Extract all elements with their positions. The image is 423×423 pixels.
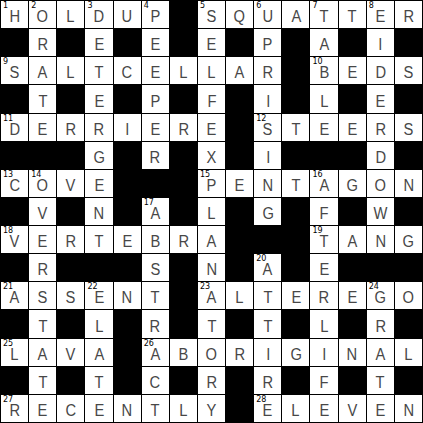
cell-r8c14[interactable]: G: [395, 226, 422, 253]
cell-letter: R: [37, 262, 48, 281]
cell-r12c0[interactable]: 25L: [1, 339, 28, 366]
cell-r4c3[interactable]: R: [85, 114, 112, 141]
cell-r5c3[interactable]: G: [85, 142, 112, 169]
cell-letter: S: [404, 122, 414, 141]
cell-r6c0[interactable]: 13C: [1, 170, 28, 197]
clue-number: 6: [256, 1, 261, 10]
block-cell-r5c1: [29, 142, 56, 169]
cell-letter: P: [263, 37, 273, 56]
cell-r2c13[interactable]: D: [367, 57, 394, 84]
block-cell-r1c6: [170, 29, 197, 56]
block-cell-r11c2: [57, 310, 84, 337]
cell-r4c9[interactable]: 12S: [254, 114, 281, 141]
cell-r2c5[interactable]: E: [142, 57, 169, 84]
cell-r0c1[interactable]: 2O: [29, 1, 56, 28]
cell-letter: S: [207, 9, 217, 28]
cell-r1c1[interactable]: R: [29, 29, 56, 56]
block-cell-r6c5: [142, 170, 169, 197]
cell-r1c13[interactable]: I: [367, 29, 394, 56]
cell-letter: A: [150, 347, 160, 366]
cell-r14c1[interactable]: E: [29, 395, 56, 422]
cell-r0c11[interactable]: 7T: [310, 1, 337, 28]
cell-r4c1[interactable]: E: [29, 114, 56, 141]
cell-letter: F: [320, 375, 329, 394]
cell-r13c13[interactable]: T: [367, 367, 394, 394]
cell-letter: B: [178, 347, 188, 366]
cell-r13c1[interactable]: T: [29, 367, 56, 394]
cell-letter: C: [9, 178, 20, 197]
cell-r12c12[interactable]: N: [339, 339, 366, 366]
cell-r10c3[interactable]: 22E: [85, 282, 112, 309]
cell-r2c7[interactable]: L: [198, 57, 225, 84]
cell-r3c9[interactable]: I: [254, 85, 281, 112]
cell-r14c0[interactable]: 27R: [1, 395, 28, 422]
cell-r4c5[interactable]: E: [142, 114, 169, 141]
cell-r0c2[interactable]: L: [57, 1, 84, 28]
crossword-board: 1H2OL3DU4P5SQ6UA7TT8ERREEEPAI9SALTCELLAR…: [0, 0, 423, 423]
cell-r3c3[interactable]: E: [85, 85, 112, 112]
cell-letter: L: [207, 65, 215, 84]
cell-letter: T: [94, 65, 103, 84]
cell-letter: T: [291, 178, 300, 197]
cell-r9c7[interactable]: N: [198, 254, 225, 281]
cell-r11c5[interactable]: R: [142, 310, 169, 337]
block-cell-r1c4: [114, 29, 141, 56]
cell-r8c11[interactable]: 19T: [310, 226, 337, 253]
cell-r14c9[interactable]: 28E: [254, 395, 281, 422]
cell-r12c10[interactable]: G: [282, 339, 309, 366]
block-cell-r13c4: [114, 367, 141, 394]
block-cell-r1c14: [395, 29, 422, 56]
block-cell-r7c0: [1, 198, 28, 225]
cell-r14c5[interactable]: T: [142, 395, 169, 422]
cell-r5c9[interactable]: I: [254, 142, 281, 169]
cell-r14c11[interactable]: E: [310, 395, 337, 422]
block-cell-r13c6: [170, 367, 197, 394]
cell-letter: N: [94, 206, 105, 225]
block-cell-r5c6: [170, 142, 197, 169]
cell-r12c14[interactable]: L: [395, 339, 422, 366]
cell-letter: E: [347, 122, 357, 141]
cell-r4c14[interactable]: S: [395, 114, 422, 141]
cell-r14c14[interactable]: N: [395, 395, 422, 422]
cell-r13c5[interactable]: C: [142, 367, 169, 394]
cell-r0c13[interactable]: 8E: [367, 1, 394, 28]
cell-r9c11[interactable]: E: [310, 254, 337, 281]
cell-r8c7[interactable]: A: [198, 226, 225, 253]
cell-r0c14[interactable]: R: [395, 1, 422, 28]
block-cell-r5c4: [114, 142, 141, 169]
cell-r13c9[interactable]: R: [254, 367, 281, 394]
cell-letter: A: [291, 9, 301, 28]
cell-r7c7[interactable]: L: [198, 198, 225, 225]
cell-r9c9[interactable]: 20A: [254, 254, 281, 281]
cell-r2c2[interactable]: L: [57, 57, 84, 84]
cell-letter: V: [38, 206, 48, 225]
cell-r7c11[interactable]: F: [310, 198, 337, 225]
cell-r6c8[interactable]: E: [226, 170, 253, 197]
cell-r3c1[interactable]: T: [29, 85, 56, 112]
cell-r8c2[interactable]: R: [57, 226, 84, 253]
cell-r8c5[interactable]: B: [142, 226, 169, 253]
cell-letter: G: [375, 290, 386, 309]
cell-r10c4[interactable]: N: [114, 282, 141, 309]
cell-letter: T: [376, 375, 385, 394]
cell-letter: A: [235, 65, 245, 84]
cell-r8c3[interactable]: T: [85, 226, 112, 253]
cell-letter: L: [10, 347, 18, 366]
cell-letter: T: [207, 319, 216, 338]
cell-letter: L: [236, 290, 244, 309]
block-cell-r3c14: [395, 85, 422, 112]
block-cell-r6c4: [114, 170, 141, 197]
cell-r12c5[interactable]: 26A: [142, 339, 169, 366]
cell-r10c14[interactable]: O: [395, 282, 422, 309]
cell-r10c13[interactable]: 24G: [367, 282, 394, 309]
cell-letter: R: [9, 403, 20, 422]
cell-letter: R: [234, 347, 245, 366]
cell-r6c10[interactable]: T: [282, 170, 309, 197]
block-cell-r12c4: [114, 339, 141, 366]
cell-r0c7[interactable]: 5S: [198, 1, 225, 28]
block-cell-r7c12: [339, 198, 366, 225]
block-cell-r3c4: [114, 85, 141, 112]
block-cell-r13c14: [395, 367, 422, 394]
cell-letter: A: [207, 290, 217, 309]
block-cell-r13c8: [226, 367, 253, 394]
cell-letter: Q: [234, 9, 245, 28]
cell-r12c7[interactable]: O: [198, 339, 225, 366]
clue-number: 3: [87, 1, 92, 10]
cell-r5c13[interactable]: D: [367, 142, 394, 169]
cell-letter: S: [404, 65, 414, 84]
cell-letter: C: [122, 65, 133, 84]
cell-r1c9[interactable]: P: [254, 29, 281, 56]
cell-letter: L: [320, 319, 328, 338]
cell-r2c8[interactable]: A: [226, 57, 253, 84]
block-cell-r0c6: [170, 1, 197, 28]
cell-letter: F: [320, 206, 329, 225]
cell-letter: S: [263, 122, 273, 141]
cell-r6c12[interactable]: G: [339, 170, 366, 197]
cell-r0c9[interactable]: 6U: [254, 1, 281, 28]
cell-r2c0[interactable]: 9S: [1, 57, 28, 84]
cell-r4c11[interactable]: E: [310, 114, 337, 141]
cell-r7c13[interactable]: W: [367, 198, 394, 225]
cell-r0c8[interactable]: Q: [226, 1, 253, 28]
cell-letter: N: [122, 290, 133, 309]
cell-letter: A: [319, 37, 329, 56]
cell-letter: R: [319, 290, 330, 309]
block-cell-r8c9: [254, 226, 281, 253]
cell-r2c11[interactable]: 10B: [310, 57, 337, 84]
cell-r2c4[interactable]: C: [114, 57, 141, 84]
cell-letter: T: [38, 375, 47, 394]
block-cell-r7c10: [282, 198, 309, 225]
cell-r10c0[interactable]: 21A: [1, 282, 28, 309]
cell-r4c0[interactable]: 11D: [1, 114, 28, 141]
cell-letter: C: [66, 403, 77, 422]
cell-r10c9[interactable]: T: [254, 282, 281, 309]
cell-letter: W: [373, 206, 387, 225]
block-cell-r13c12: [339, 367, 366, 394]
cell-r0c4[interactable]: U: [114, 1, 141, 28]
cell-letter: T: [320, 9, 329, 28]
block-cell-r6c6: [170, 170, 197, 197]
cell-r14c12[interactable]: V: [339, 395, 366, 422]
cell-r12c2[interactable]: V: [57, 339, 84, 366]
cell-letter: E: [38, 234, 48, 253]
cell-letter: G: [403, 234, 414, 253]
cell-letter: T: [38, 319, 47, 338]
cell-letter: I: [378, 37, 382, 56]
cell-r1c3[interactable]: E: [85, 29, 112, 56]
cell-r6c14[interactable]: N: [395, 170, 422, 197]
cell-letter: O: [375, 178, 386, 197]
block-cell-r5c0: [1, 142, 28, 169]
cell-r6c11[interactable]: 16A: [310, 170, 337, 197]
cell-r14c10[interactable]: L: [282, 395, 309, 422]
cell-r11c9[interactable]: T: [254, 310, 281, 337]
block-cell-r3c0: [1, 85, 28, 112]
block-cell-r3c12: [339, 85, 366, 112]
cell-r4c12[interactable]: E: [339, 114, 366, 141]
cell-r2c12[interactable]: E: [339, 57, 366, 84]
cell-letter: O: [403, 290, 414, 309]
block-cell-r8c8: [226, 226, 253, 253]
cell-r12c13[interactable]: A: [367, 339, 394, 366]
cell-r11c1[interactable]: T: [29, 310, 56, 337]
cell-r12c11[interactable]: I: [310, 339, 337, 366]
cell-letter: L: [67, 65, 75, 84]
cell-letter: S: [38, 290, 48, 309]
cell-letter: V: [66, 347, 76, 366]
cell-r10c5[interactable]: T: [142, 282, 169, 309]
cell-r2c1[interactable]: A: [29, 57, 56, 84]
cell-letter: A: [375, 347, 385, 366]
cell-r11c3[interactable]: L: [85, 310, 112, 337]
cell-r14c2[interactable]: C: [57, 395, 84, 422]
cell-r14c7[interactable]: Y: [198, 395, 225, 422]
cell-letter: E: [263, 403, 273, 422]
cell-r13c3[interactable]: T: [85, 367, 112, 394]
cell-letter: N: [403, 178, 414, 197]
cell-r12c8[interactable]: R: [226, 339, 253, 366]
cell-letter: T: [151, 290, 160, 309]
cell-r13c7[interactable]: R: [198, 367, 225, 394]
cell-r9c5[interactable]: S: [142, 254, 169, 281]
cell-r1c5[interactable]: E: [142, 29, 169, 56]
cell-r14c13[interactable]: E: [367, 395, 394, 422]
cell-letter: V: [10, 234, 20, 253]
cell-letter: E: [38, 122, 48, 141]
cell-letter: U: [122, 9, 133, 28]
block-cell-r9c14: [395, 254, 422, 281]
cell-letter: E: [291, 290, 301, 309]
block-cell-r5c2: [57, 142, 84, 169]
cell-letter: P: [150, 94, 160, 113]
block-cell-r9c4: [114, 254, 141, 281]
cell-letter: T: [291, 122, 300, 141]
block-cell-r3c6: [170, 85, 197, 112]
cell-letter: T: [94, 234, 103, 253]
block-cell-r9c2: [57, 254, 84, 281]
cell-r13c11[interactable]: F: [310, 367, 337, 394]
cell-r1c7[interactable]: E: [198, 29, 225, 56]
cell-r2c3[interactable]: T: [85, 57, 112, 84]
block-cell-r13c0: [1, 367, 28, 394]
cell-letter: T: [151, 403, 160, 422]
cell-r14c4[interactable]: N: [114, 395, 141, 422]
cell-letter: E: [38, 403, 48, 422]
cell-r4c10[interactable]: T: [282, 114, 309, 141]
cell-r6c7[interactable]: 15P: [198, 170, 225, 197]
cell-r0c3[interactable]: 3D: [85, 1, 112, 28]
cell-r3c5[interactable]: P: [142, 85, 169, 112]
cell-r11c13[interactable]: R: [367, 310, 394, 337]
cell-r5c7[interactable]: X: [198, 142, 225, 169]
clue-number: 1: [3, 1, 8, 10]
cell-r8c4[interactable]: E: [114, 226, 141, 253]
cell-r11c11[interactable]: L: [310, 310, 337, 337]
cell-letter: R: [178, 234, 189, 253]
cell-letter: N: [347, 347, 358, 366]
cell-letter: A: [94, 347, 104, 366]
cell-letter: A: [319, 178, 329, 197]
cell-r2c9[interactable]: R: [254, 57, 281, 84]
block-cell-r11c0: [1, 310, 28, 337]
cell-letter: A: [207, 234, 217, 253]
cell-letter: E: [319, 262, 329, 281]
cell-r6c3[interactable]: E: [85, 170, 112, 197]
cell-r12c6[interactable]: B: [170, 339, 197, 366]
cell-letter: N: [206, 262, 217, 281]
cell-r10c10[interactable]: E: [282, 282, 309, 309]
cell-r10c11[interactable]: R: [310, 282, 337, 309]
cell-letter: I: [266, 347, 270, 366]
block-cell-r3c10: [282, 85, 309, 112]
cell-letter: E: [347, 65, 357, 84]
cell-r8c6[interactable]: R: [170, 226, 197, 253]
cell-letter: A: [38, 347, 48, 366]
block-cell-r9c13: [367, 254, 394, 281]
cell-letter: E: [319, 403, 329, 422]
cell-r4c4[interactable]: I: [114, 114, 141, 141]
block-cell-r11c12: [339, 310, 366, 337]
cell-letter: R: [262, 375, 273, 394]
cell-r0c5[interactable]: 4P: [142, 1, 169, 28]
cell-r7c1[interactable]: V: [29, 198, 56, 225]
cell-letter: T: [94, 375, 103, 394]
cell-r12c3[interactable]: A: [85, 339, 112, 366]
cell-letter: I: [322, 347, 326, 366]
cell-r6c2[interactable]: V: [57, 170, 84, 197]
cell-letter: F: [207, 94, 216, 113]
cell-letter: T: [348, 9, 357, 28]
cell-r10c2[interactable]: S: [57, 282, 84, 309]
cell-r8c13[interactable]: N: [367, 226, 394, 253]
cell-r6c1[interactable]: 14O: [29, 170, 56, 197]
cell-letter: N: [262, 178, 273, 197]
block-cell-r3c2: [57, 85, 84, 112]
cell-letter: A: [150, 206, 160, 225]
cell-r2c6[interactable]: L: [170, 57, 197, 84]
block-cell-r7c14: [395, 198, 422, 225]
cell-r14c3[interactable]: E: [85, 395, 112, 422]
cell-r7c3[interactable]: N: [85, 198, 112, 225]
cell-r10c7[interactable]: 23A: [198, 282, 225, 309]
cell-r8c0[interactable]: 18V: [1, 226, 28, 253]
cell-r12c9[interactable]: I: [254, 339, 281, 366]
cell-letter: R: [66, 234, 77, 253]
cell-r3c11[interactable]: L: [310, 85, 337, 112]
cell-r4c6[interactable]: R: [170, 114, 197, 141]
cell-r4c7[interactable]: E: [198, 114, 225, 141]
cell-r14c6[interactable]: L: [170, 395, 197, 422]
cell-r10c12[interactable]: E: [339, 282, 366, 309]
cell-r7c5[interactable]: 17A: [142, 198, 169, 225]
cell-r6c13[interactable]: O: [367, 170, 394, 197]
cell-letter: N: [375, 234, 386, 253]
cell-r8c12[interactable]: A: [339, 226, 366, 253]
cell-letter: L: [95, 319, 103, 338]
cell-r11c7[interactable]: T: [198, 310, 225, 337]
cell-letter: R: [178, 122, 189, 141]
clue-number: 5: [200, 1, 205, 10]
cell-letter: E: [94, 37, 104, 56]
block-cell-r1c10: [282, 29, 309, 56]
cell-r4c2[interactable]: R: [57, 114, 84, 141]
cell-r4c13[interactable]: R: [367, 114, 394, 141]
cell-r0c0[interactable]: 1H: [1, 1, 28, 28]
cell-r0c10[interactable]: A: [282, 1, 309, 28]
cell-r8c1[interactable]: E: [29, 226, 56, 253]
cell-r10c1[interactable]: S: [29, 282, 56, 309]
cell-r3c13[interactable]: E: [367, 85, 394, 112]
cell-letter: T: [263, 319, 272, 338]
cell-letter: D: [375, 150, 386, 169]
block-cell-r10c6: [170, 282, 197, 309]
block-cell-r11c8: [226, 310, 253, 337]
cell-r12c1[interactable]: A: [29, 339, 56, 366]
cell-letter: V: [66, 178, 76, 197]
cell-r9c1[interactable]: R: [29, 254, 56, 281]
cell-r6c9[interactable]: N: [254, 170, 281, 197]
cell-letter: A: [38, 65, 48, 84]
cell-r1c11[interactable]: A: [310, 29, 337, 56]
cell-letter: E: [207, 37, 217, 56]
cell-r5c5[interactable]: R: [142, 142, 169, 169]
cell-letter: E: [207, 122, 217, 141]
cell-letter: E: [375, 9, 385, 28]
cell-letter: E: [150, 65, 160, 84]
cell-r2c14[interactable]: S: [395, 57, 422, 84]
block-cell-r7c4: [114, 198, 141, 225]
cell-letter: G: [346, 178, 357, 197]
block-cell-r9c0: [1, 254, 28, 281]
cell-r0c12[interactable]: T: [339, 1, 366, 28]
cell-letter: L: [320, 94, 328, 113]
cell-r3c7[interactable]: F: [198, 85, 225, 112]
cell-letter: R: [94, 122, 105, 141]
cell-r10c8[interactable]: L: [226, 282, 253, 309]
block-cell-r5c12: [339, 142, 366, 169]
cell-letter: H: [9, 9, 20, 28]
cell-letter: E: [94, 403, 104, 422]
cell-r7c9[interactable]: G: [254, 198, 281, 225]
block-cell-r1c2: [57, 29, 84, 56]
cell-letter: S: [66, 290, 76, 309]
